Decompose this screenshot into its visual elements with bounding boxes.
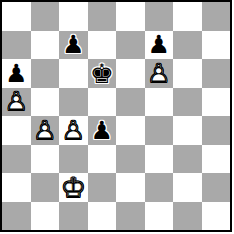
square-h3[interactable] xyxy=(202,145,231,174)
square-h4[interactable] xyxy=(202,116,231,145)
black-pawn-glyph: ♟ xyxy=(88,116,117,145)
square-h7[interactable] xyxy=(202,31,231,60)
square-d2[interactable] xyxy=(88,173,117,202)
piece-white-pawn-c4[interactable]: ♟♙ xyxy=(59,116,88,145)
square-a6[interactable]: ♟ xyxy=(2,59,31,88)
white-pawn-glyph: ♟ xyxy=(59,116,88,145)
square-a1[interactable] xyxy=(2,202,31,231)
white-pawn-outline-detail: ♙ xyxy=(31,116,60,145)
white-pawn-glyph: ♟ xyxy=(2,88,31,117)
square-d4[interactable]: ♟ xyxy=(88,116,117,145)
square-d5[interactable] xyxy=(88,88,117,117)
piece-white-king-c2[interactable]: ♚♔ xyxy=(59,173,88,202)
square-c3[interactable] xyxy=(59,145,88,174)
square-c6[interactable] xyxy=(59,59,88,88)
square-d6[interactable]: ♚ xyxy=(88,59,117,88)
square-g5[interactable] xyxy=(173,88,202,117)
square-c4[interactable]: ♟♙ xyxy=(59,116,88,145)
square-f2[interactable] xyxy=(145,173,174,202)
square-g6[interactable] xyxy=(173,59,202,88)
white-pawn-outline-detail: ♙ xyxy=(145,59,174,88)
square-h2[interactable] xyxy=(202,173,231,202)
square-a5[interactable]: ♟♙ xyxy=(2,88,31,117)
square-b4[interactable]: ♟♙ xyxy=(31,116,60,145)
square-g8[interactable] xyxy=(173,2,202,31)
square-h6[interactable] xyxy=(202,59,231,88)
square-e3[interactable] xyxy=(116,145,145,174)
square-c8[interactable] xyxy=(59,2,88,31)
chess-diagram: ♟♟♟♚♟♙♟♙♟♙♟♙♟♚♔ xyxy=(0,0,234,234)
square-h5[interactable] xyxy=(202,88,231,117)
square-a7[interactable] xyxy=(2,31,31,60)
piece-white-pawn-a5[interactable]: ♟♙ xyxy=(2,88,31,117)
square-f1[interactable] xyxy=(145,202,174,231)
piece-black-pawn-d4[interactable]: ♟ xyxy=(88,116,117,145)
piece-white-pawn-b4[interactable]: ♟♙ xyxy=(31,116,60,145)
black-king-glyph: ♚ xyxy=(88,59,117,88)
square-b7[interactable] xyxy=(31,31,60,60)
white-king-glyph: ♚ xyxy=(59,173,88,202)
square-h1[interactable] xyxy=(202,202,231,231)
square-a8[interactable] xyxy=(2,2,31,31)
white-pawn-glyph: ♟ xyxy=(145,59,174,88)
square-b2[interactable] xyxy=(31,173,60,202)
square-c2[interactable]: ♚♔ xyxy=(59,173,88,202)
black-pawn-glyph: ♟ xyxy=(145,31,174,60)
square-g3[interactable] xyxy=(173,145,202,174)
square-d7[interactable] xyxy=(88,31,117,60)
square-e5[interactable] xyxy=(116,88,145,117)
square-e4[interactable] xyxy=(116,116,145,145)
piece-black-pawn-c7[interactable]: ♟ xyxy=(59,31,88,60)
square-e1[interactable] xyxy=(116,202,145,231)
square-g4[interactable] xyxy=(173,116,202,145)
square-g1[interactable] xyxy=(173,202,202,231)
square-a3[interactable] xyxy=(2,145,31,174)
piece-black-pawn-f7[interactable]: ♟ xyxy=(145,31,174,60)
piece-black-king-d6[interactable]: ♚ xyxy=(88,59,117,88)
square-a2[interactable] xyxy=(2,173,31,202)
black-pawn-glyph: ♟ xyxy=(2,59,31,88)
square-f4[interactable] xyxy=(145,116,174,145)
white-pawn-outline-detail: ♙ xyxy=(2,88,31,117)
square-b1[interactable] xyxy=(31,202,60,231)
square-c5[interactable] xyxy=(59,88,88,117)
square-h8[interactable] xyxy=(202,2,231,31)
square-c1[interactable] xyxy=(59,202,88,231)
square-g2[interactable] xyxy=(173,173,202,202)
square-f7[interactable]: ♟ xyxy=(145,31,174,60)
square-b6[interactable] xyxy=(31,59,60,88)
piece-white-pawn-f6[interactable]: ♟♙ xyxy=(145,59,174,88)
black-pawn-glyph: ♟ xyxy=(59,31,88,60)
square-d1[interactable] xyxy=(88,202,117,231)
square-f6[interactable]: ♟♙ xyxy=(145,59,174,88)
chess-board: ♟♟♟♚♟♙♟♙♟♙♟♙♟♚♔ xyxy=(0,0,232,232)
square-b8[interactable] xyxy=(31,2,60,31)
square-g7[interactable] xyxy=(173,31,202,60)
square-e2[interactable] xyxy=(116,173,145,202)
square-a4[interactable] xyxy=(2,116,31,145)
square-d8[interactable] xyxy=(88,2,117,31)
white-pawn-outline-detail: ♙ xyxy=(59,116,88,145)
white-pawn-glyph: ♟ xyxy=(31,116,60,145)
square-e6[interactable] xyxy=(116,59,145,88)
square-b3[interactable] xyxy=(31,145,60,174)
square-c7[interactable]: ♟ xyxy=(59,31,88,60)
square-f5[interactable] xyxy=(145,88,174,117)
square-e7[interactable] xyxy=(116,31,145,60)
square-f8[interactable] xyxy=(145,2,174,31)
white-king-outline-detail: ♔ xyxy=(59,173,88,202)
square-f3[interactable] xyxy=(145,145,174,174)
square-b5[interactable] xyxy=(31,88,60,117)
square-e8[interactable] xyxy=(116,2,145,31)
piece-black-pawn-a6[interactable]: ♟ xyxy=(2,59,31,88)
square-d3[interactable] xyxy=(88,145,117,174)
